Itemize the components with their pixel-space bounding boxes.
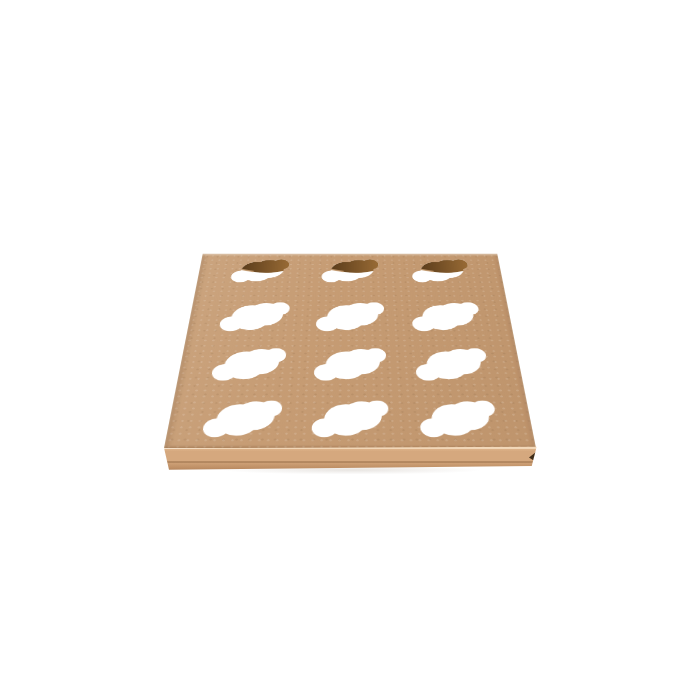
cutout-grid (164, 254, 536, 448)
cutout-hole (399, 340, 506, 391)
cutout-hole-shape (206, 345, 291, 384)
front-edge-crease (167, 461, 534, 463)
cutout-hole-back-shape (318, 257, 382, 285)
cutout-hole-shape (309, 345, 391, 384)
cutout-hole-shape (406, 299, 486, 334)
insert-top-face (164, 254, 536, 448)
cutout-hole-shape (409, 345, 494, 384)
cutout-hole-shape (306, 397, 393, 442)
cutout-hole (396, 294, 496, 339)
cutout-hole (298, 340, 402, 391)
cutout-hole (295, 390, 406, 448)
cutout-hole-shape (214, 299, 294, 334)
cutout-hole (184, 390, 298, 448)
cutout-hole (304, 254, 396, 295)
cutout-hole-shape (413, 397, 504, 442)
cutout-hole (301, 294, 399, 339)
cutout-hole (394, 254, 489, 295)
cutout-hole-back-shape (227, 257, 293, 285)
product-photo (0, 0, 700, 700)
cutout-hole (402, 390, 516, 448)
cutout-hole (203, 294, 303, 339)
cutout-hole-shape (311, 299, 388, 334)
cutout-hole-back-shape (407, 257, 473, 285)
cutout-hole-shape (196, 397, 287, 442)
cutout-hole (211, 254, 306, 295)
cutout-hole (194, 340, 301, 391)
